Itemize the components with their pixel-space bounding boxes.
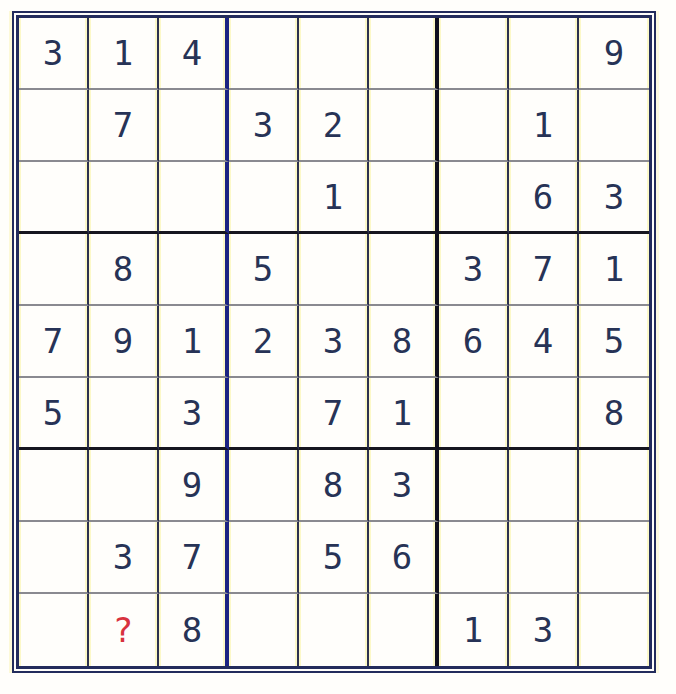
cell-r5c6[interactable]: 8	[369, 306, 439, 378]
cell-r3c6[interactable]	[369, 162, 439, 234]
cell-r1c5[interactable]	[299, 18, 369, 90]
cell-r7c2[interactable]	[89, 450, 159, 522]
cell-r8c4[interactable]	[229, 522, 299, 594]
cell-r7c1[interactable]	[19, 450, 89, 522]
cell-r4c1[interactable]	[19, 234, 89, 306]
cell-r8c5[interactable]: 5	[299, 522, 369, 594]
cell-r9c2[interactable]: ?	[89, 594, 159, 666]
cell-r8c9[interactable]	[579, 522, 649, 594]
cell-r4c9[interactable]: 1	[579, 234, 649, 306]
cell-r4c5[interactable]	[299, 234, 369, 306]
cell-r9c1[interactable]	[19, 594, 89, 666]
cell-r1c8[interactable]	[509, 18, 579, 90]
cell-r6c6[interactable]: 1	[369, 378, 439, 450]
cell-r7c5[interactable]: 8	[299, 450, 369, 522]
cell-r3c1[interactable]	[19, 162, 89, 234]
cell-r6c2[interactable]	[89, 378, 159, 450]
cell-r7c7[interactable]	[439, 450, 509, 522]
cell-r7c3[interactable]: 9	[159, 450, 229, 522]
cell-r1c6[interactable]	[369, 18, 439, 90]
cell-r4c4[interactable]: 5	[229, 234, 299, 306]
cell-r9c4[interactable]	[229, 594, 299, 666]
cell-r5c1[interactable]: 7	[19, 306, 89, 378]
cell-r9c7[interactable]: 1	[439, 594, 509, 666]
cell-r3c3[interactable]	[159, 162, 229, 234]
cell-r8c2[interactable]: 3	[89, 522, 159, 594]
cell-r5c3[interactable]: 1	[159, 306, 229, 378]
cell-r3c5[interactable]: 1	[299, 162, 369, 234]
cell-r8c6[interactable]: 6	[369, 522, 439, 594]
board-inner-frame: 3149732116385371791238645537189833756?81…	[16, 15, 652, 669]
cell-r9c5[interactable]	[299, 594, 369, 666]
cell-r5c5[interactable]: 3	[299, 306, 369, 378]
cell-r6c8[interactable]	[509, 378, 579, 450]
cell-r5c9[interactable]: 5	[579, 306, 649, 378]
cell-r6c1[interactable]: 5	[19, 378, 89, 450]
cell-r2c5[interactable]: 2	[299, 90, 369, 162]
cell-r1c2[interactable]: 1	[89, 18, 159, 90]
cell-r7c9[interactable]	[579, 450, 649, 522]
cell-r4c6[interactable]	[369, 234, 439, 306]
sudoku-board: 3149732116385371791238645537189833756?81…	[12, 11, 656, 673]
cell-r8c8[interactable]	[509, 522, 579, 594]
cell-r9c6[interactable]	[369, 594, 439, 666]
cell-r6c5[interactable]: 7	[299, 378, 369, 450]
cell-r2c1[interactable]	[19, 90, 89, 162]
cell-r7c6[interactable]: 3	[369, 450, 439, 522]
cell-r4c3[interactable]	[159, 234, 229, 306]
cell-r1c3[interactable]: 4	[159, 18, 229, 90]
cell-r2c9[interactable]	[579, 90, 649, 162]
cell-r9c9[interactable]	[579, 594, 649, 666]
cell-r3c7[interactable]	[439, 162, 509, 234]
cell-r5c2[interactable]: 9	[89, 306, 159, 378]
cell-r2c6[interactable]	[369, 90, 439, 162]
cell-r2c2[interactable]: 7	[89, 90, 159, 162]
cell-r9c3[interactable]: 8	[159, 594, 229, 666]
cell-r5c8[interactable]: 4	[509, 306, 579, 378]
cell-r1c7[interactable]	[439, 18, 509, 90]
cell-r6c9[interactable]: 8	[579, 378, 649, 450]
cell-r1c9[interactable]: 9	[579, 18, 649, 90]
cell-r2c4[interactable]: 3	[229, 90, 299, 162]
cell-r2c8[interactable]: 1	[509, 90, 579, 162]
cell-r8c3[interactable]: 7	[159, 522, 229, 594]
cell-r6c3[interactable]: 3	[159, 378, 229, 450]
cell-r4c8[interactable]: 7	[509, 234, 579, 306]
cell-r6c4[interactable]	[229, 378, 299, 450]
cell-r8c1[interactable]	[19, 522, 89, 594]
cell-r6c7[interactable]	[439, 378, 509, 450]
cell-r5c7[interactable]: 6	[439, 306, 509, 378]
cell-r5c4[interactable]: 2	[229, 306, 299, 378]
cell-r2c3[interactable]	[159, 90, 229, 162]
cell-r3c2[interactable]	[89, 162, 159, 234]
cell-r8c7[interactable]	[439, 522, 509, 594]
cell-r1c1[interactable]: 3	[19, 18, 89, 90]
cell-r7c8[interactable]	[509, 450, 579, 522]
cell-r4c7[interactable]: 3	[439, 234, 509, 306]
cell-r1c4[interactable]	[229, 18, 299, 90]
cell-r4c2[interactable]: 8	[89, 234, 159, 306]
cell-r3c8[interactable]: 6	[509, 162, 579, 234]
cell-r3c9[interactable]: 3	[579, 162, 649, 234]
sudoku-grid: 3149732116385371791238645537189833756?81…	[19, 18, 649, 666]
cell-r9c8[interactable]: 3	[509, 594, 579, 666]
cell-r2c7[interactable]	[439, 90, 509, 162]
cell-r7c4[interactable]	[229, 450, 299, 522]
cell-r3c4[interactable]	[229, 162, 299, 234]
